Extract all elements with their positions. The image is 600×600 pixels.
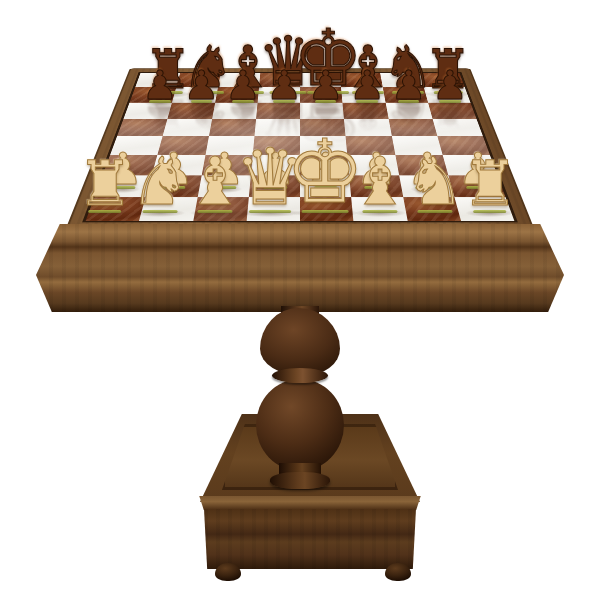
piece-black-pawn-e7[interactable]: ♟ <box>308 66 344 104</box>
piece-white-rook-h1[interactable]: ♜ <box>462 155 518 214</box>
pedestal-bun-foot-right <box>385 563 411 581</box>
piece-black-pawn-a7[interactable]: ♟ <box>142 66 178 104</box>
pedestal-base-molding <box>197 496 423 510</box>
pedestal-bun-foot-left <box>215 563 241 581</box>
piece-white-bishop-f1[interactable]: ♝ <box>350 151 409 214</box>
piece-white-rook-a1[interactable]: ♜ <box>77 155 133 214</box>
piece-white-knight-b1[interactable]: ♞ <box>130 151 189 214</box>
piece-black-pawn-h7[interactable]: ♟ <box>432 66 468 104</box>
piece-black-pawn-d7[interactable]: ♟ <box>266 66 302 104</box>
piece-black-pawn-g7[interactable]: ♟ <box>391 66 427 104</box>
chess-table-photo: Product photo on a white background: wal… <box>0 0 600 600</box>
piece-black-pawn-b7[interactable]: ♟ <box>183 66 219 104</box>
piece-white-knight-g1[interactable]: ♞ <box>405 151 464 214</box>
piece-black-pawn-c7[interactable]: ♟ <box>225 66 261 104</box>
table-edge-molding <box>36 224 564 312</box>
pedestal-foot-disc <box>270 472 330 489</box>
pedestal-ring-collar <box>272 368 328 383</box>
pedestal-lower-bulb <box>256 379 344 471</box>
piece-black-pawn-f7[interactable]: ♟ <box>349 66 385 104</box>
pedestal-base-front <box>204 509 416 569</box>
